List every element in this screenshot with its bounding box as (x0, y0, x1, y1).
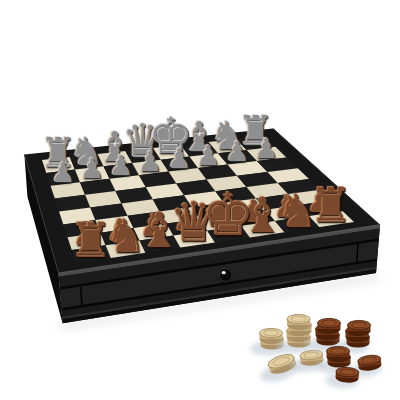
knob-highlight (222, 271, 226, 274)
checker-light-stack[interactable] (250, 328, 283, 355)
chess-piece-silver-pawn-c7[interactable]: ♟ (109, 152, 134, 179)
chess-piece-silver-pawn-f7[interactable]: ♟ (196, 141, 221, 168)
chess-piece-copper-rook-h1[interactable]: ♜ (310, 181, 353, 229)
chess-piece-silver-pawn-a7[interactable]: ♟ (51, 158, 76, 185)
drawer-knob[interactable] (219, 269, 232, 282)
checkers-pieces (250, 314, 383, 389)
chess-piece-silver-pawn-b7[interactable]: ♟ (80, 155, 105, 182)
product-photo-scene: ♜♞♝♛♚♝♞♜♟♟♟♟♟♟♟♟♟♟♟♟♟♟♟♟♜♞♝♛♚♝♞♜ (0, 0, 400, 400)
chess-piece-silver-pawn-h7[interactable]: ♟ (254, 135, 279, 162)
chess-piece-silver-pawn-d7[interactable]: ♟ (138, 148, 163, 175)
chess-piece-silver-pawn-g7[interactable]: ♟ (225, 138, 250, 165)
chess-piece-silver-pawn-e7[interactable]: ♟ (167, 145, 192, 172)
